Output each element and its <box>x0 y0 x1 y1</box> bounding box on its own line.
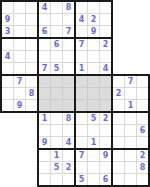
cell-r15c7[interactable]: 5 <box>76 174 87 185</box>
cell-r10c9[interactable]: 2 <box>100 113 111 124</box>
cell-r15c4[interactable] <box>39 174 50 185</box>
cell-r8c5[interactable] <box>51 88 62 99</box>
cell-r3c1[interactable]: 3 <box>2 26 13 37</box>
cell-r9c9[interactable] <box>100 100 111 111</box>
cell-r14c4[interactable] <box>39 162 50 173</box>
cell-r7c11[interactable]: 7 <box>125 76 136 87</box>
cell-r3c8[interactable]: 9 <box>88 26 99 37</box>
cell-r1c7[interactable] <box>76 2 87 13</box>
box: 7214 <box>76 39 111 74</box>
cell-r5c8[interactable] <box>88 51 99 62</box>
box: 4 <box>2 39 37 74</box>
cell-r9c3[interactable] <box>26 100 37 111</box>
cell-r6c9[interactable]: 4 <box>100 63 111 74</box>
box: 152 <box>39 150 74 185</box>
box: 28 <box>113 150 148 185</box>
cell-r7c9[interactable] <box>100 76 111 87</box>
cell-r10c11[interactable] <box>125 113 136 124</box>
cell-r11c10[interactable] <box>113 125 124 136</box>
cell-r13c6[interactable] <box>63 150 74 161</box>
cell-r7c7[interactable] <box>76 76 87 87</box>
cell-r4c8[interactable] <box>88 39 99 50</box>
cell-r6c4[interactable]: 7 <box>39 63 50 74</box>
cell-r3c3[interactable] <box>26 26 37 37</box>
cell-r10c8[interactable]: 5 <box>88 113 99 124</box>
cell-r8c10[interactable]: 2 <box>113 88 124 99</box>
cell-r12c6[interactable]: 4 <box>63 137 74 148</box>
cell-r15c12[interactable] <box>137 174 148 185</box>
cell-r11c6[interactable] <box>63 125 74 136</box>
cell-r2c2[interactable] <box>14 14 25 25</box>
cell-r14c5[interactable]: 5 <box>51 162 62 173</box>
cell-r13c11[interactable] <box>125 150 136 161</box>
cell-r11c8[interactable] <box>88 125 99 136</box>
box: 429 <box>76 2 111 37</box>
cell-r15c8[interactable] <box>88 174 99 185</box>
cell-r7c2[interactable]: 7 <box>14 76 25 87</box>
cell-r4c9[interactable]: 2 <box>100 39 111 50</box>
cell-r6c2[interactable] <box>14 63 25 74</box>
cell-r5c7[interactable] <box>76 51 87 62</box>
cell-r8c2[interactable] <box>14 88 25 99</box>
sudoku-grid-b: 72118945216152795628 <box>37 74 150 187</box>
cell-r1c9[interactable] <box>100 2 111 13</box>
cell-r14c11[interactable] <box>125 162 136 173</box>
cell-r5c2[interactable] <box>14 51 25 62</box>
cell-r8c4[interactable] <box>39 88 50 99</box>
cell-r7c3[interactable] <box>26 76 37 87</box>
cell-r15c9[interactable]: 6 <box>100 174 111 185</box>
cell-r13c5[interactable]: 1 <box>51 150 62 161</box>
cell-r12c12[interactable] <box>137 137 148 148</box>
cell-r10c5[interactable] <box>51 113 62 124</box>
cell-r8c11[interactable] <box>125 88 136 99</box>
cell-r13c10[interactable] <box>113 150 124 161</box>
cell-r4c3[interactable] <box>26 39 37 50</box>
cell-r2c3[interactable] <box>26 14 37 25</box>
cell-r9c8[interactable] <box>88 100 99 111</box>
cell-r9c4[interactable] <box>39 100 50 111</box>
cell-r9c11[interactable]: 1 <box>125 100 136 111</box>
cell-r12c8[interactable]: 1 <box>88 137 99 148</box>
cell-r3c7[interactable] <box>76 26 87 37</box>
cell-r8c3[interactable]: 8 <box>26 88 37 99</box>
cell-r7c12[interactable] <box>137 76 148 87</box>
cell-r11c12[interactable]: 6 <box>137 125 148 136</box>
cell-r8c7[interactable] <box>76 88 87 99</box>
cell-r8c12[interactable] <box>137 88 148 99</box>
cell-r1c4[interactable]: 4 <box>39 2 50 13</box>
cell-r3c9[interactable] <box>100 26 111 37</box>
cell-r4c7[interactable]: 7 <box>76 39 87 50</box>
cell-r14c7[interactable] <box>76 162 87 173</box>
box: 721 <box>113 76 148 111</box>
box: 7956 <box>76 150 111 185</box>
cell-r10c10[interactable] <box>113 113 124 124</box>
cell-r8c1[interactable] <box>2 88 13 99</box>
cell-r2c6[interactable] <box>63 14 74 25</box>
cell-r12c11[interactable] <box>125 137 136 148</box>
cell-r11c5[interactable] <box>51 125 62 136</box>
cell-r9c5[interactable] <box>51 100 62 111</box>
cell-r12c5[interactable] <box>51 137 62 148</box>
cell-r5c4[interactable] <box>39 51 50 62</box>
cell-r9c2[interactable]: 9 <box>14 100 25 111</box>
cell-r10c7[interactable] <box>76 113 87 124</box>
cell-r2c9[interactable] <box>100 14 111 25</box>
cell-r9c12[interactable] <box>137 100 148 111</box>
box: 1894 <box>39 113 74 148</box>
box <box>76 76 111 111</box>
cell-r11c9[interactable] <box>100 125 111 136</box>
cell-r3c6[interactable]: 7 <box>63 26 74 37</box>
cell-r5c5[interactable] <box>51 51 62 62</box>
box: 4867 <box>39 2 74 37</box>
cell-r11c11[interactable] <box>125 125 136 136</box>
box: 6 <box>113 113 148 148</box>
cell-r15c11[interactable] <box>125 174 136 185</box>
cell-r10c12[interactable] <box>137 113 148 124</box>
cell-r2c8[interactable]: 2 <box>88 14 99 25</box>
cell-r15c6[interactable] <box>63 174 74 185</box>
cell-r4c4[interactable] <box>39 39 50 50</box>
cell-r1c8[interactable] <box>88 2 99 13</box>
cell-r2c1[interactable]: 9 <box>2 14 13 25</box>
cell-r14c8[interactable] <box>88 162 99 173</box>
cell-r12c4[interactable]: 9 <box>39 137 50 148</box>
cell-r5c9[interactable] <box>100 51 111 62</box>
cell-r13c8[interactable] <box>88 150 99 161</box>
cell-r3c4[interactable]: 6 <box>39 26 50 37</box>
cell-r7c8[interactable] <box>88 76 99 87</box>
cell-r5c3[interactable] <box>26 51 37 62</box>
cell-r10c4[interactable]: 1 <box>39 113 50 124</box>
cell-r9c10[interactable] <box>113 100 124 111</box>
box: 789 <box>2 76 37 111</box>
cell-r1c5[interactable] <box>51 2 62 13</box>
puzzle-canvas: 93486742946757214789 7211894521615279562… <box>0 0 150 187</box>
cell-r6c7[interactable]: 1 <box>76 63 87 74</box>
cell-r2c5[interactable] <box>51 14 62 25</box>
cell-r1c3[interactable] <box>26 2 37 13</box>
cell-r4c1[interactable] <box>2 39 13 50</box>
cell-r2c4[interactable] <box>39 14 50 25</box>
cell-r14c9[interactable] <box>100 162 111 173</box>
cell-r9c1[interactable] <box>2 100 13 111</box>
cell-r9c6[interactable] <box>63 100 74 111</box>
cell-r13c4[interactable] <box>39 150 50 161</box>
cell-r14c10[interactable] <box>113 162 124 173</box>
cell-r2c7[interactable]: 4 <box>76 14 87 25</box>
box: 675 <box>39 39 74 74</box>
cell-r7c6[interactable] <box>63 76 74 87</box>
cell-r13c9[interactable]: 9 <box>100 150 111 161</box>
cell-r1c2[interactable] <box>14 2 25 13</box>
cell-r7c5[interactable] <box>51 76 62 87</box>
box <box>39 76 74 111</box>
cell-r4c2[interactable] <box>14 39 25 50</box>
cell-r1c1[interactable] <box>2 2 13 13</box>
cell-r7c1[interactable] <box>2 76 13 87</box>
cell-r12c7[interactable] <box>76 137 87 148</box>
cell-r4c5[interactable]: 6 <box>51 39 62 50</box>
cell-r10c6[interactable]: 8 <box>63 113 74 124</box>
cell-r5c6[interactable] <box>63 51 74 62</box>
cell-r6c5[interactable]: 5 <box>51 63 62 74</box>
cell-r6c8[interactable] <box>88 63 99 74</box>
cell-r12c10[interactable] <box>113 137 124 148</box>
cell-r11c7[interactable] <box>76 125 87 136</box>
cell-r8c8[interactable] <box>88 88 99 99</box>
cell-r14c12[interactable]: 8 <box>137 162 148 173</box>
cell-r13c12[interactable]: 2 <box>137 150 148 161</box>
cell-r12c9[interactable] <box>100 137 111 148</box>
cell-r11c4[interactable] <box>39 125 50 136</box>
cell-r3c5[interactable] <box>51 26 62 37</box>
cell-r1c6[interactable]: 8 <box>63 2 74 13</box>
cell-r8c9[interactable] <box>100 88 111 99</box>
cell-r9c7[interactable] <box>76 100 87 111</box>
cell-r8c6[interactable] <box>63 88 74 99</box>
cell-r3c2[interactable] <box>14 26 25 37</box>
cell-r13c7[interactable]: 7 <box>76 150 87 161</box>
cell-r5c1[interactable]: 4 <box>2 51 13 62</box>
cell-r4c6[interactable] <box>63 39 74 50</box>
cell-r14c6[interactable]: 2 <box>63 162 74 173</box>
cell-r6c6[interactable] <box>63 63 74 74</box>
cell-r6c1[interactable] <box>2 63 13 74</box>
cell-r6c3[interactable] <box>26 63 37 74</box>
cell-r15c10[interactable] <box>113 174 124 185</box>
cell-r7c10[interactable] <box>113 76 124 87</box>
cell-r15c5[interactable] <box>51 174 62 185</box>
box: 93 <box>2 2 37 37</box>
cell-r7c4[interactable] <box>39 76 50 87</box>
box: 521 <box>76 113 111 148</box>
